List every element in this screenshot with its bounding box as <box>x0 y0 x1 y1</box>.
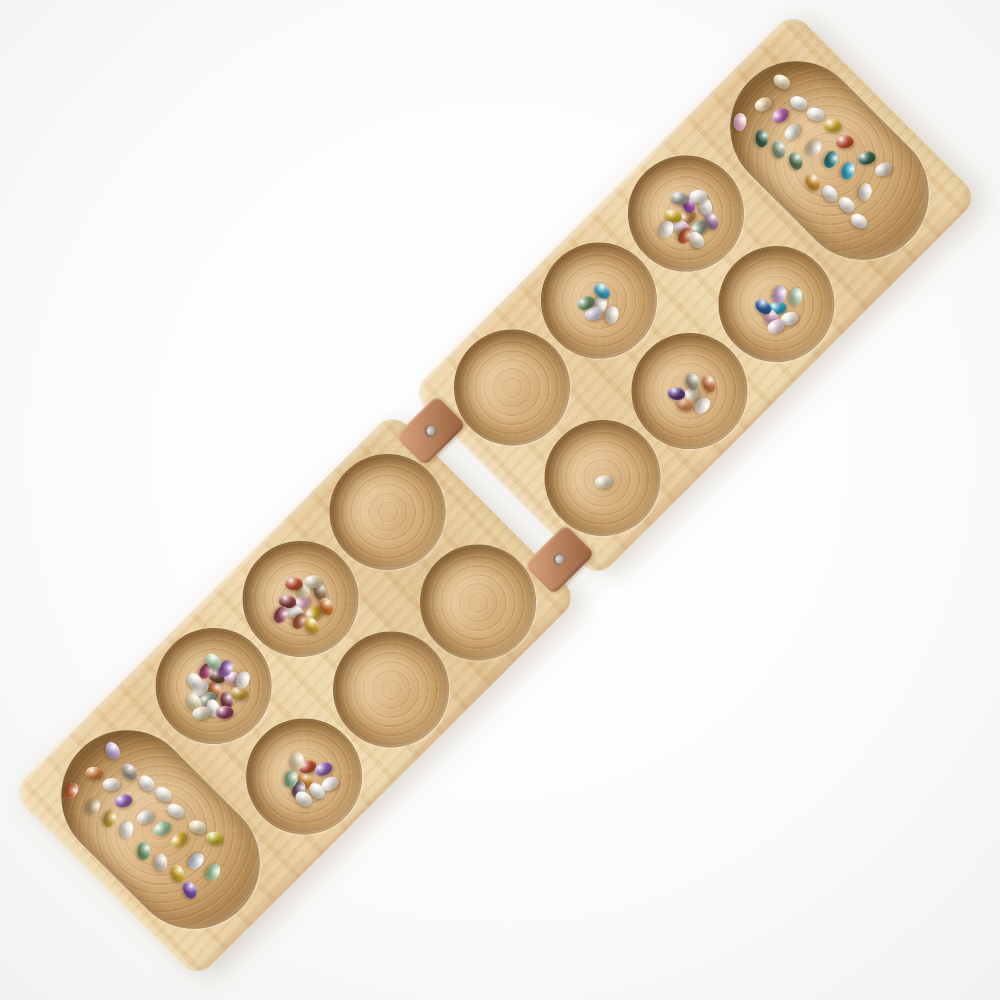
hinge-screw-hole <box>551 551 568 568</box>
photo-background <box>0 0 1000 1000</box>
gem-stone <box>823 118 842 132</box>
board-half-left <box>11 411 580 980</box>
hinge-screw-hole <box>422 422 439 439</box>
gem-stone <box>755 129 769 147</box>
board-half-right <box>411 11 980 580</box>
gem-stone <box>137 841 151 859</box>
mancala-board <box>11 11 980 980</box>
